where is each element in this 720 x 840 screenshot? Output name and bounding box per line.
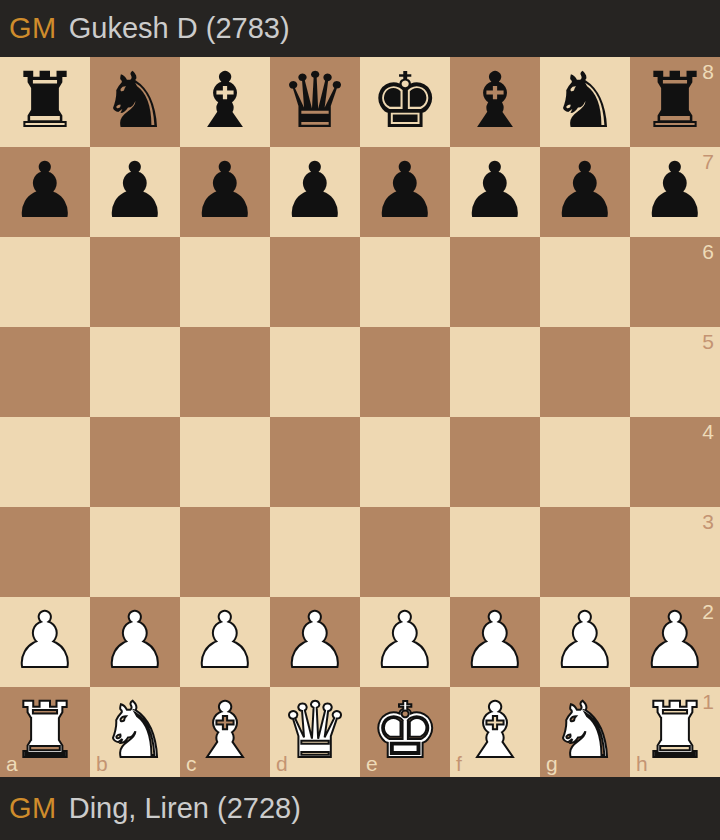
piece-black-pawn[interactable]: ♟ xyxy=(100,152,169,229)
piece-black-rook[interactable]: ♜ xyxy=(640,62,709,139)
piece-white-pawn[interactable]: ♟ xyxy=(100,602,169,679)
file-label-b: b xyxy=(96,753,108,774)
square-h6[interactable]: 6 xyxy=(630,237,720,327)
square-d6[interactable] xyxy=(270,237,360,327)
square-h3[interactable]: 3 xyxy=(630,507,720,597)
piece-black-pawn[interactable]: ♟ xyxy=(460,152,529,229)
square-b1[interactable]: ♞b xyxy=(90,687,180,777)
square-d2[interactable]: ♟ xyxy=(270,597,360,687)
square-c6[interactable] xyxy=(180,237,270,327)
player-bar-bottom: GM Ding, Liren (2728) xyxy=(0,777,720,840)
square-a3[interactable] xyxy=(0,507,90,597)
square-f7[interactable]: ♟ xyxy=(450,147,540,237)
square-f2[interactable]: ♟ xyxy=(450,597,540,687)
square-b5[interactable] xyxy=(90,327,180,417)
rank-label-3: 3 xyxy=(702,511,714,532)
piece-white-pawn[interactable]: ♟ xyxy=(190,602,259,679)
square-a6[interactable] xyxy=(0,237,90,327)
piece-white-pawn[interactable]: ♟ xyxy=(460,602,529,679)
rank-label-2: 2 xyxy=(702,601,714,622)
square-c5[interactable] xyxy=(180,327,270,417)
square-b3[interactable] xyxy=(90,507,180,597)
rank-label-8: 8 xyxy=(702,61,714,82)
piece-white-rook[interactable]: ♜ xyxy=(10,692,79,769)
square-b2[interactable]: ♟ xyxy=(90,597,180,687)
piece-white-knight[interactable]: ♞ xyxy=(550,692,619,769)
piece-black-queen[interactable]: ♛ xyxy=(280,62,349,139)
piece-black-bishop[interactable]: ♝ xyxy=(460,62,529,139)
file-label-a: a xyxy=(6,753,18,774)
square-e5[interactable] xyxy=(360,327,450,417)
piece-white-bishop[interactable]: ♝ xyxy=(190,692,259,769)
square-e4[interactable] xyxy=(360,417,450,507)
square-c1[interactable]: ♝c xyxy=(180,687,270,777)
square-e8[interactable]: ♚ xyxy=(360,57,450,147)
square-e3[interactable] xyxy=(360,507,450,597)
file-label-e: e xyxy=(366,753,378,774)
square-f5[interactable] xyxy=(450,327,540,417)
square-d3[interactable] xyxy=(270,507,360,597)
piece-white-queen[interactable]: ♛ xyxy=(280,692,349,769)
piece-white-king[interactable]: ♚ xyxy=(370,692,439,769)
square-b4[interactable] xyxy=(90,417,180,507)
player-title-bottom: GM xyxy=(9,792,57,825)
piece-white-pawn[interactable]: ♟ xyxy=(10,602,79,679)
file-label-g: g xyxy=(546,753,558,774)
player-name-top: Gukesh D (2783) xyxy=(69,12,290,45)
square-g6[interactable] xyxy=(540,237,630,327)
square-f3[interactable] xyxy=(450,507,540,597)
piece-white-rook[interactable]: ♜ xyxy=(640,692,709,769)
square-c2[interactable]: ♟ xyxy=(180,597,270,687)
piece-white-pawn[interactable]: ♟ xyxy=(370,602,439,679)
square-c8[interactable]: ♝ xyxy=(180,57,270,147)
square-h8[interactable]: ♜8 xyxy=(630,57,720,147)
square-b8[interactable]: ♞ xyxy=(90,57,180,147)
square-a8[interactable]: ♜ xyxy=(0,57,90,147)
square-c3[interactable] xyxy=(180,507,270,597)
square-c4[interactable] xyxy=(180,417,270,507)
piece-black-pawn[interactable]: ♟ xyxy=(10,152,79,229)
square-b6[interactable] xyxy=(90,237,180,327)
square-g3[interactable] xyxy=(540,507,630,597)
square-d1[interactable]: ♛d xyxy=(270,687,360,777)
piece-black-knight[interactable]: ♞ xyxy=(550,62,619,139)
square-d7[interactable]: ♟ xyxy=(270,147,360,237)
rank-label-4: 4 xyxy=(702,421,714,442)
piece-white-bishop[interactable]: ♝ xyxy=(460,692,529,769)
file-label-h: h xyxy=(636,753,648,774)
square-b7[interactable]: ♟ xyxy=(90,147,180,237)
square-f8[interactable]: ♝ xyxy=(450,57,540,147)
chess-board[interactable]: ♜♞♝♛♚♝♞♜8♟♟♟♟♟♟♟♟76543♟♟♟♟♟♟♟♟2♜a♞b♝c♛d♚… xyxy=(0,57,720,777)
rank-label-6: 6 xyxy=(702,241,714,262)
rank-label-5: 5 xyxy=(702,331,714,352)
player-title-top: GM xyxy=(9,12,57,45)
square-a2[interactable]: ♟ xyxy=(0,597,90,687)
piece-black-pawn[interactable]: ♟ xyxy=(640,152,709,229)
player-name-bottom: Ding, Liren (2728) xyxy=(69,792,301,825)
square-f6[interactable] xyxy=(450,237,540,327)
square-h1[interactable]: ♜1h xyxy=(630,687,720,777)
square-h5[interactable]: 5 xyxy=(630,327,720,417)
square-g1[interactable]: ♞g xyxy=(540,687,630,777)
square-e2[interactable]: ♟ xyxy=(360,597,450,687)
square-g8[interactable]: ♞ xyxy=(540,57,630,147)
square-a7[interactable]: ♟ xyxy=(0,147,90,237)
square-c7[interactable]: ♟ xyxy=(180,147,270,237)
square-g2[interactable]: ♟ xyxy=(540,597,630,687)
piece-black-pawn[interactable]: ♟ xyxy=(190,152,259,229)
square-h2[interactable]: ♟2 xyxy=(630,597,720,687)
square-d4[interactable] xyxy=(270,417,360,507)
piece-black-knight[interactable]: ♞ xyxy=(100,62,169,139)
square-g5[interactable] xyxy=(540,327,630,417)
square-d8[interactable]: ♛ xyxy=(270,57,360,147)
square-g7[interactable]: ♟ xyxy=(540,147,630,237)
piece-white-pawn[interactable]: ♟ xyxy=(550,602,619,679)
piece-white-knight[interactable]: ♞ xyxy=(100,692,169,769)
square-f4[interactable] xyxy=(450,417,540,507)
player-bar-top: GM Gukesh D (2783) xyxy=(0,0,720,57)
rank-label-1: 1 xyxy=(702,691,714,712)
piece-white-pawn[interactable]: ♟ xyxy=(640,602,709,679)
square-d5[interactable] xyxy=(270,327,360,417)
square-e6[interactable] xyxy=(360,237,450,327)
file-label-c: c xyxy=(186,753,197,774)
piece-black-pawn[interactable]: ♟ xyxy=(550,152,619,229)
square-a5[interactable] xyxy=(0,327,90,417)
square-a1[interactable]: ♜a xyxy=(0,687,90,777)
file-label-f: f xyxy=(456,753,462,774)
square-e7[interactable]: ♟ xyxy=(360,147,450,237)
piece-black-rook[interactable]: ♜ xyxy=(10,62,79,139)
piece-black-pawn[interactable]: ♟ xyxy=(370,152,439,229)
square-e1[interactable]: ♚e xyxy=(360,687,450,777)
piece-white-pawn[interactable]: ♟ xyxy=(280,602,349,679)
piece-black-pawn[interactable]: ♟ xyxy=(280,152,349,229)
square-g4[interactable] xyxy=(540,417,630,507)
rank-label-7: 7 xyxy=(702,151,714,172)
square-h7[interactable]: ♟7 xyxy=(630,147,720,237)
square-a4[interactable] xyxy=(0,417,90,507)
file-label-d: d xyxy=(276,753,288,774)
piece-black-king[interactable]: ♚ xyxy=(370,62,439,139)
piece-black-bishop[interactable]: ♝ xyxy=(190,62,259,139)
square-f1[interactable]: ♝f xyxy=(450,687,540,777)
square-h4[interactable]: 4 xyxy=(630,417,720,507)
